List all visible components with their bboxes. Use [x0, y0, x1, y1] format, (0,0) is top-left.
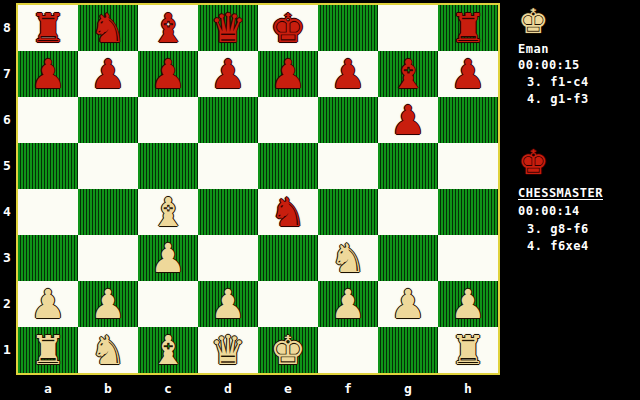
rank-label-5: 5	[0, 143, 14, 189]
black-pawn-c7[interactable]: ♟	[138, 51, 198, 97]
square-h4[interactable]	[438, 189, 498, 235]
file-label-c: c	[138, 381, 198, 397]
square-a8[interactable]: ♜	[18, 5, 78, 51]
white-pawn-c3[interactable]: ♟	[138, 235, 198, 281]
square-e5[interactable]	[258, 143, 318, 189]
square-d4[interactable]	[198, 189, 258, 235]
black-move-line-2: 4. f6xe4	[518, 239, 589, 253]
square-b3[interactable]	[78, 235, 138, 281]
rank-label-4: 4	[0, 189, 14, 235]
square-g1[interactable]	[378, 327, 438, 373]
white-knight-b1[interactable]: ♞	[78, 327, 138, 373]
square-c7[interactable]: ♟	[138, 51, 198, 97]
square-b6[interactable]	[78, 97, 138, 143]
rank-label-7: 7	[0, 51, 14, 97]
square-g4[interactable]	[378, 189, 438, 235]
square-a5[interactable]	[18, 143, 78, 189]
square-a7[interactable]: ♟	[18, 51, 78, 97]
black-bishop-g7[interactable]: ♝	[378, 51, 438, 97]
square-f4[interactable]	[318, 189, 378, 235]
square-f7[interactable]: ♟	[318, 51, 378, 97]
rank-label-6: 6	[0, 97, 14, 143]
square-d7[interactable]: ♟	[198, 51, 258, 97]
chess-board: ♜♞♝♛♚♜♟♟♟♟♟♟♝♟♟♝♞♟♞♟♟♟♟♟♟♜♞♝♛♚♜	[16, 3, 500, 375]
square-d5[interactable]	[198, 143, 258, 189]
square-h5[interactable]	[438, 143, 498, 189]
black-pawn-f7[interactable]: ♟	[318, 51, 378, 97]
square-h3[interactable]	[438, 235, 498, 281]
black-player-name: CHESSMASTER	[518, 186, 603, 200]
white-king-icon: ♚	[518, 2, 558, 42]
black-pawn-a7[interactable]: ♟	[18, 51, 78, 97]
square-f2[interactable]: ♟	[318, 281, 378, 327]
black-clock: 00:00:14	[518, 204, 580, 218]
square-b8[interactable]: ♞	[78, 5, 138, 51]
square-d1[interactable]: ♛	[198, 327, 258, 373]
white-move-line-1: 3. f1-c4	[518, 75, 589, 89]
square-e8[interactable]: ♚	[258, 5, 318, 51]
rank-label-8: 8	[0, 5, 14, 51]
white-pawn-b2[interactable]: ♟	[78, 281, 138, 327]
square-c2[interactable]	[138, 281, 198, 327]
file-label-a: a	[18, 381, 78, 397]
square-c8[interactable]: ♝	[138, 5, 198, 51]
square-g6[interactable]: ♟	[378, 97, 438, 143]
square-b7[interactable]: ♟	[78, 51, 138, 97]
square-e4[interactable]: ♞	[258, 189, 318, 235]
white-bishop-c4[interactable]: ♝	[138, 189, 198, 235]
white-knight-f3[interactable]: ♞	[318, 235, 378, 281]
square-e7[interactable]: ♟	[258, 51, 318, 97]
square-h1[interactable]: ♜	[438, 327, 498, 373]
square-a3[interactable]	[18, 235, 78, 281]
square-c5[interactable]	[138, 143, 198, 189]
square-b2[interactable]: ♟	[78, 281, 138, 327]
file-label-f: f	[318, 381, 378, 397]
square-c3[interactable]: ♟	[138, 235, 198, 281]
white-pawn-d2[interactable]: ♟	[198, 281, 258, 327]
black-queen-d8[interactable]: ♛	[198, 5, 258, 51]
square-e1[interactable]: ♚	[258, 327, 318, 373]
square-f3[interactable]: ♞	[318, 235, 378, 281]
square-b5[interactable]	[78, 143, 138, 189]
black-bishop-c8[interactable]: ♝	[138, 5, 198, 51]
sidebar: ♚ Eman 00:00:15 3. f1-c4 4. g1-f3 ♚ CHES…	[518, 0, 640, 400]
white-bishop-c1[interactable]: ♝	[138, 327, 198, 373]
black-rook-a8[interactable]: ♜	[18, 5, 78, 51]
white-pawn-a2[interactable]: ♟	[18, 281, 78, 327]
square-g7[interactable]: ♝	[378, 51, 438, 97]
square-g3[interactable]	[378, 235, 438, 281]
square-h7[interactable]: ♟	[438, 51, 498, 97]
white-pawn-f2[interactable]: ♟	[318, 281, 378, 327]
black-pawn-e7[interactable]: ♟	[258, 51, 318, 97]
square-f5[interactable]	[318, 143, 378, 189]
square-a2[interactable]: ♟	[18, 281, 78, 327]
square-b1[interactable]: ♞	[78, 327, 138, 373]
white-rook-a1[interactable]: ♜	[18, 327, 78, 373]
square-e3[interactable]	[258, 235, 318, 281]
white-rook-h1[interactable]: ♜	[438, 327, 498, 373]
chessmaster-screen: ♜♞♝♛♚♜♟♟♟♟♟♟♝♟♟♝♞♟♞♟♟♟♟♟♟♜♞♝♛♚♜ 87654321…	[0, 0, 640, 400]
black-pawn-d7[interactable]: ♟	[198, 51, 258, 97]
white-pawn-h2[interactable]: ♟	[438, 281, 498, 327]
square-e2[interactable]	[258, 281, 318, 327]
black-pawn-h7[interactable]: ♟	[438, 51, 498, 97]
square-c4[interactable]: ♝	[138, 189, 198, 235]
white-clock: 00:00:15	[518, 58, 580, 72]
white-player-name: Eman	[518, 42, 549, 56]
file-label-g: g	[378, 381, 438, 397]
file-label-d: d	[198, 381, 258, 397]
square-d8[interactable]: ♛	[198, 5, 258, 51]
file-label-e: e	[258, 381, 318, 397]
square-h8[interactable]: ♜	[438, 5, 498, 51]
square-a1[interactable]: ♜	[18, 327, 78, 373]
square-f6[interactable]	[318, 97, 378, 143]
square-f1[interactable]	[318, 327, 378, 373]
black-move-line-1: 3. g8-f6	[518, 222, 589, 236]
white-king-e1[interactable]: ♚	[258, 327, 318, 373]
file-label-b: b	[78, 381, 138, 397]
red-king-icon: ♚	[518, 143, 558, 183]
black-knight-b8[interactable]: ♞	[78, 5, 138, 51]
square-g5[interactable]	[378, 143, 438, 189]
square-e6[interactable]	[258, 97, 318, 143]
white-move-line-2: 4. g1-f3	[518, 92, 589, 106]
black-rook-h8[interactable]: ♜	[438, 5, 498, 51]
black-pawn-b7[interactable]: ♟	[78, 51, 138, 97]
square-d3[interactable]	[198, 235, 258, 281]
white-pawn-g2[interactable]: ♟	[378, 281, 438, 327]
black-knight-e4[interactable]: ♞	[258, 189, 318, 235]
rank-label-2: 2	[0, 281, 14, 327]
square-g8[interactable]	[378, 5, 438, 51]
rank-label-3: 3	[0, 235, 14, 281]
black-king-e8[interactable]: ♚	[258, 5, 318, 51]
white-queen-d1[interactable]: ♛	[198, 327, 258, 373]
black-pawn-g6[interactable]: ♟	[378, 97, 438, 143]
square-a6[interactable]	[18, 97, 78, 143]
square-f8[interactable]	[318, 5, 378, 51]
square-d2[interactable]: ♟	[198, 281, 258, 327]
square-h6[interactable]	[438, 97, 498, 143]
square-d6[interactable]	[198, 97, 258, 143]
file-label-h: h	[438, 381, 498, 397]
square-c6[interactable]	[138, 97, 198, 143]
square-h2[interactable]: ♟	[438, 281, 498, 327]
rank-label-1: 1	[0, 327, 14, 373]
square-a4[interactable]	[18, 189, 78, 235]
square-c1[interactable]: ♝	[138, 327, 198, 373]
square-g2[interactable]: ♟	[378, 281, 438, 327]
square-b4[interactable]	[78, 189, 138, 235]
